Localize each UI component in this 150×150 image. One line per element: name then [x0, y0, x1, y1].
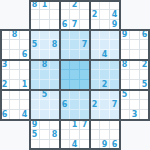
void-corner [130, 120, 140, 130]
cell-r5c5[interactable] [40, 40, 50, 50]
cell-r11c4[interactable] [30, 100, 40, 110]
void-corner [120, 140, 130, 150]
void-corner [120, 120, 130, 130]
void-corner [130, 0, 140, 10]
cell-r10c4[interactable] [30, 90, 40, 100]
cell-r7c14[interactable] [130, 60, 140, 70]
cell-r5c7[interactable] [60, 40, 70, 50]
box-border-segment [29, 148, 121, 150]
void-corner [130, 140, 140, 150]
cell-r5c14[interactable] [130, 40, 140, 50]
cell-r4c11[interactable] [100, 30, 110, 40]
void-corner [0, 130, 10, 140]
cell-r10c11[interactable] [100, 90, 110, 100]
box-border-segment [0, 59, 150, 61]
void-corner [140, 0, 150, 10]
cell-r2c4[interactable] [30, 10, 40, 20]
void-corner [0, 10, 10, 20]
void-corner [140, 140, 150, 150]
cell-r4c10[interactable] [90, 30, 100, 40]
cell-r8c13[interactable] [120, 70, 130, 80]
box-border-segment [119, 0, 121, 150]
void-corner [10, 130, 20, 140]
cell-r5c10[interactable] [90, 40, 100, 50]
void-corner [10, 120, 20, 130]
cell-r8c2[interactable] [10, 70, 20, 80]
box-border-segment [148, 29, 150, 121]
void-corner [0, 120, 10, 130]
cell-r10c10[interactable] [90, 90, 100, 100]
void-corner [140, 10, 150, 20]
cell-r5c11[interactable] [100, 40, 110, 50]
cell-r13c5[interactable] [40, 120, 50, 130]
box-border-segment [29, 0, 31, 150]
given-digit-r4c2[interactable]: 8 [10, 30, 20, 40]
given-digit-r5c4[interactable]: 5 [30, 40, 40, 50]
given-digit-r7c5[interactable]: 8 [40, 60, 50, 70]
void-corner [120, 0, 130, 10]
void-corner [0, 140, 10, 150]
cell-r11c11[interactable] [100, 100, 110, 110]
void-corner [120, 10, 130, 20]
cell-r14c5[interactable] [40, 130, 50, 140]
cell-r13c7[interactable] [60, 120, 70, 130]
void-corner [10, 10, 20, 20]
cell-r2c5[interactable] [40, 10, 50, 20]
cell-r7c10[interactable] [90, 60, 100, 70]
cell-r4c4[interactable] [30, 30, 40, 40]
cell-r5c13[interactable] [120, 40, 130, 50]
box-border-segment [0, 29, 150, 31]
cell-r13c10[interactable] [90, 120, 100, 130]
cell-r8c7[interactable] [60, 70, 70, 80]
given-digit-r14c4[interactable]: 5 [30, 130, 40, 140]
cell-r7c7[interactable] [60, 60, 70, 70]
box-border-segment [0, 119, 150, 121]
cell-r14c8[interactable] [70, 130, 80, 140]
box-border-segment [29, 0, 121, 2]
cell-r8c10[interactable] [90, 70, 100, 80]
cell-r10c14[interactable] [130, 90, 140, 100]
cell-r7c11[interactable] [100, 60, 110, 70]
cell-r14c7[interactable] [60, 130, 70, 140]
given-digit-r10c13[interactable]: 5 [120, 90, 130, 100]
cell-r14c10[interactable] [90, 130, 100, 140]
void-corner [10, 0, 20, 10]
cell-r10c8[interactable] [70, 90, 80, 100]
cell-r5c2[interactable] [10, 40, 20, 50]
cell-r8c11[interactable] [100, 70, 110, 80]
flower-sudoku-board: 8122467989658764388221255562764391758496 [0, 0, 150, 150]
cell-r7c4[interactable] [30, 60, 40, 70]
given-digit-r2c10[interactable]: 2 [90, 10, 100, 20]
cell-r4c8[interactable] [70, 30, 80, 40]
given-digit-r4c13[interactable]: 9 [120, 30, 130, 40]
cell-r8c8[interactable] [70, 70, 80, 80]
void-corner [130, 130, 140, 140]
cell-r4c5[interactable] [40, 30, 50, 40]
cell-r2c11[interactable] [100, 10, 110, 20]
void-corner [140, 120, 150, 130]
void-corner [130, 10, 140, 20]
cell-r11c2[interactable] [10, 100, 20, 110]
cell-r11c14[interactable] [130, 100, 140, 110]
box-border-segment [0, 89, 150, 91]
void-corner [120, 130, 130, 140]
given-digit-r10c5[interactable]: 5 [40, 90, 50, 100]
cell-r13c11[interactable] [100, 120, 110, 130]
given-digit-r13c8[interactable]: 1 [70, 120, 80, 130]
cell-r8c14[interactable] [130, 70, 140, 80]
cell-r8c4[interactable] [30, 70, 40, 80]
given-digit-r11c7[interactable]: 6 [60, 100, 70, 110]
cell-r11c8[interactable] [70, 100, 80, 110]
cell-r5c8[interactable] [70, 40, 80, 50]
cell-r4c14[interactable] [130, 30, 140, 40]
cell-r7c8[interactable] [70, 60, 80, 70]
cell-r11c13[interactable] [120, 100, 130, 110]
cell-r2c7[interactable] [60, 10, 70, 20]
box-border-segment [59, 0, 61, 150]
cell-r8c5[interactable] [40, 70, 50, 80]
void-corner [140, 130, 150, 140]
cell-r7c2[interactable] [10, 60, 20, 70]
box-border-segment [0, 29, 2, 121]
given-digit-r13c4[interactable]: 9 [30, 120, 40, 130]
cell-r10c2[interactable] [10, 90, 20, 100]
cell-r11c5[interactable] [40, 100, 50, 110]
void-corner [10, 140, 20, 150]
given-digit-r11c10[interactable]: 2 [90, 100, 100, 110]
cell-r2c8[interactable] [70, 10, 80, 20]
given-digit-r7c13[interactable]: 8 [120, 60, 130, 70]
cell-r4c7[interactable] [60, 30, 70, 40]
cell-r14c11[interactable] [100, 130, 110, 140]
void-corner [0, 0, 10, 10]
cell-r10c7[interactable] [60, 90, 70, 100]
box-border-segment [89, 0, 91, 150]
